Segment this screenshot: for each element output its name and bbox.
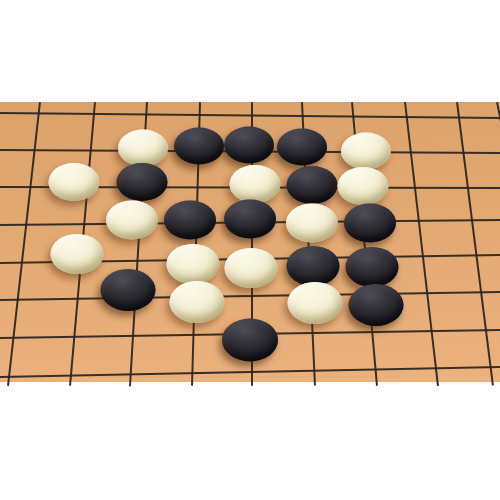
intersection-r7c2[interactable] [43,321,102,359]
black-stone[interactable]: ● [117,163,168,201]
black-stone[interactable]: ● [222,319,278,362]
intersection-r8c8[interactable] [398,358,457,396]
intersection-r5c9[interactable] [457,245,500,283]
intersection-r6c1[interactable] [0,283,43,321]
intersection-r1c2[interactable] [43,94,102,132]
white-stone[interactable]: ● [288,282,343,324]
intersection-r3c8[interactable] [398,170,457,208]
intersection-r5c1[interactable] [0,245,43,283]
intersection-r3c1[interactable] [0,170,43,208]
black-stone[interactable]: ● [224,127,274,164]
white-stone[interactable]: ● [170,281,225,323]
black-stone[interactable]: ● [101,269,156,311]
black-stone[interactable]: ● [164,201,216,240]
intersection-r7c4[interactable] [161,321,220,359]
go-board: ●●●●●●●●●●●●●●●●●●●●●●●●● [0,102,500,382]
black-stone[interactable]: ● [224,200,276,239]
intersection-r7c1[interactable] [0,321,43,359]
intersection-r1c1[interactable] [0,94,43,132]
intersection-r7c9[interactable] [457,321,500,359]
intersection-r1c9[interactable] [457,94,500,132]
intersection-r8c2[interactable] [43,358,102,396]
black-stone[interactable]: ● [344,204,396,243]
product-photo: ●●●●●●●●●●●●●●●●●●●●●●●●● [0,0,500,500]
intersection-r6c8[interactable] [398,283,457,321]
intersection-r6c2[interactable] [43,283,102,321]
black-stone[interactable]: ● [349,284,404,326]
intersection-r8c4[interactable] [161,358,220,396]
white-stone[interactable]: ● [51,234,104,274]
intersection-r1c8[interactable] [398,94,457,132]
white-stone[interactable]: ● [106,201,158,240]
intersection-r8c9[interactable] [457,358,500,396]
intersection-r8c6[interactable] [280,358,339,396]
intersection-r8c1[interactable] [0,358,43,396]
intersection-r5c8[interactable] [398,245,457,283]
intersection-r7c8[interactable] [398,321,457,359]
intersection-r2c1[interactable] [0,132,43,170]
intersection-r4c9[interactable] [457,207,500,245]
intersection-r6c9[interactable] [457,283,500,321]
intersection-r7c3[interactable] [102,321,161,359]
white-stone[interactable]: ● [286,204,338,243]
intersection-r2c8[interactable] [398,132,457,170]
white-stone[interactable]: ● [225,248,278,288]
intersection-r4c1[interactable] [0,207,43,245]
intersection-r8c7[interactable] [339,358,398,396]
black-stone[interactable]: ● [277,129,327,166]
intersection-r8c3[interactable] [102,358,161,396]
black-stone[interactable]: ● [287,166,338,204]
black-stone[interactable]: ● [174,128,224,165]
intersection-r1c7[interactable] [339,94,398,132]
white-stone[interactable]: ● [338,167,389,205]
white-stone[interactable]: ● [49,163,100,201]
intersection-r4c8[interactable] [398,207,457,245]
intersection-r2c9[interactable] [457,132,500,170]
intersection-r3c9[interactable] [457,170,500,208]
